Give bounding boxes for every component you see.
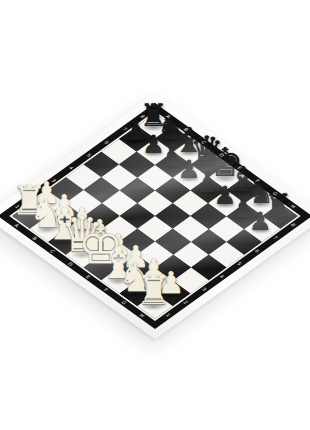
chess-mat: ♜♞♝♛♚♝♞♜♟♟♟♟♟♟♟♟♟♟♟♟♟♟♟♟♜♞♝♛♚♝♞♜ AA88BB7… (0, 93, 310, 339)
chess-board: ♜♞♝♛♚♝♞♜♟♟♟♟♟♟♟♟♟♟♟♟♟♟♟♟♜♞♝♛♚♝♞♜ (9, 111, 300, 321)
board-border-strip: ♜♞♝♛♚♝♞♜♟♟♟♟♟♟♟♟♟♟♟♟♟♟♟♟♜♞♝♛♚♝♞♜ AA88BB7… (0, 103, 310, 329)
photo-background: ♜♞♝♛♚♝♞♜♟♟♟♟♟♟♟♟♟♟♟♟♟♟♟♟♜♞♝♛♚♝♞♜ AA88BB7… (0, 0, 310, 430)
rook-glyph: ♜ (136, 271, 172, 311)
pawn-glyph: ♟ (249, 209, 272, 234)
